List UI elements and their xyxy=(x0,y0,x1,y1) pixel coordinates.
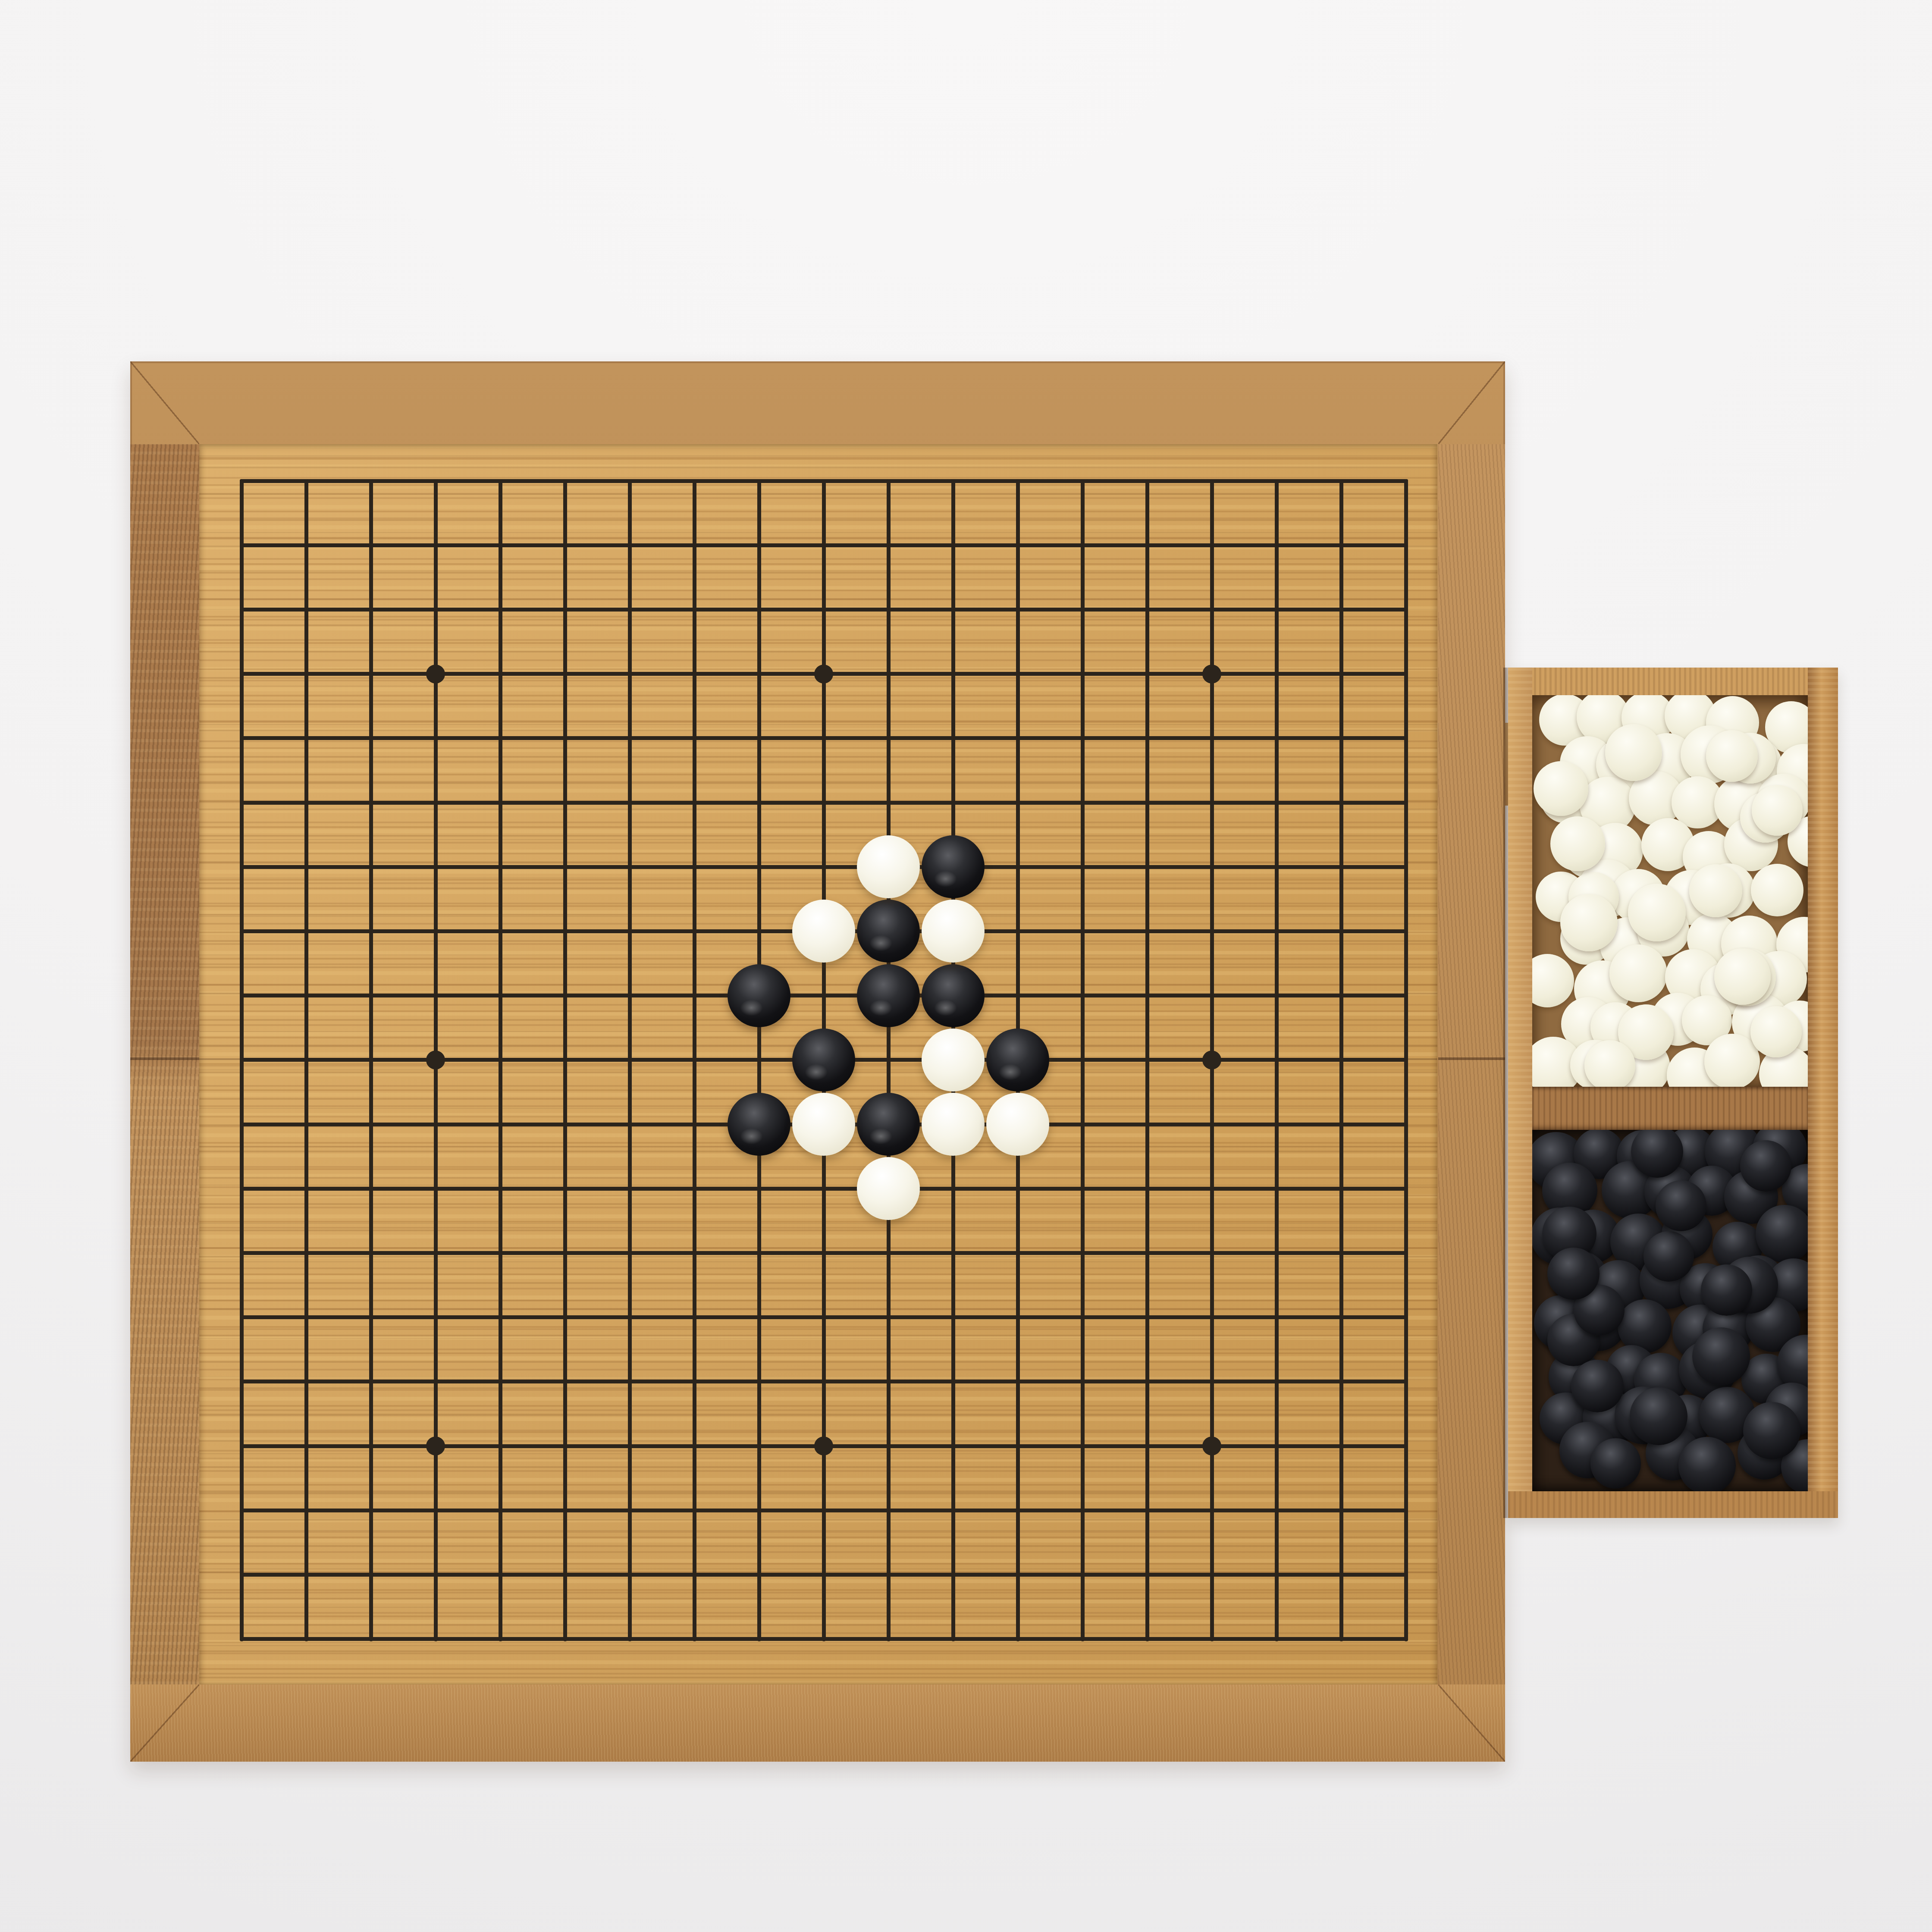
tray-black-stone[interactable] xyxy=(1547,1248,1600,1300)
grid-line-horizontal xyxy=(240,1637,1408,1641)
grid-line-vertical xyxy=(1339,479,1343,1641)
tray-black-stone[interactable] xyxy=(1643,1231,1694,1282)
black-stone[interactable] xyxy=(728,1093,790,1156)
board-half-seam xyxy=(130,1057,199,1060)
grid-line-horizontal xyxy=(240,1251,1408,1255)
grid-line-horizontal xyxy=(240,1187,1408,1191)
black-stone-compartment[interactable] xyxy=(1532,1130,1808,1491)
tray-white-stone[interactable] xyxy=(1532,954,1574,1007)
tray-white-stone[interactable] xyxy=(1584,1040,1635,1087)
board-frame-right xyxy=(1438,444,1505,1684)
tray-black-stone[interactable] xyxy=(1571,1360,1624,1412)
tray-black-stone[interactable] xyxy=(1743,1402,1800,1459)
board-frame-left xyxy=(130,444,199,1684)
tray-black-stone[interactable] xyxy=(1590,1438,1641,1489)
scene xyxy=(0,0,1932,1932)
grid-line-horizontal xyxy=(240,1315,1408,1319)
tray-white-stone[interactable] xyxy=(1706,730,1758,782)
star-point xyxy=(426,1051,445,1069)
tray-black-stone[interactable] xyxy=(1701,1264,1752,1316)
tray-black-stone[interactable] xyxy=(1740,1140,1791,1192)
tray-white-stone[interactable] xyxy=(1534,761,1588,816)
tray-black-stone[interactable] xyxy=(1692,1327,1750,1385)
white-stone[interactable] xyxy=(857,1157,920,1220)
grid-line-vertical xyxy=(887,479,891,1641)
white-stone[interactable] xyxy=(986,1093,1049,1156)
star-point xyxy=(814,665,833,684)
tray-black-stone[interactable] xyxy=(1618,1299,1672,1353)
star-point xyxy=(814,1436,833,1455)
tray-black-stone[interactable] xyxy=(1756,1205,1808,1263)
black-stone[interactable] xyxy=(986,1029,1049,1091)
grid-line-horizontal xyxy=(240,1509,1408,1512)
tray-white-stone[interactable] xyxy=(1609,944,1667,1002)
tray-black-stone[interactable] xyxy=(1656,1180,1706,1231)
tray-white-stone[interactable] xyxy=(1752,785,1803,836)
tray-white-stone[interactable] xyxy=(1689,864,1742,917)
grid-line-horizontal xyxy=(240,1573,1408,1577)
tray-white-stone[interactable] xyxy=(1550,816,1605,871)
black-stone[interactable] xyxy=(857,900,920,963)
white-stone[interactable] xyxy=(792,1093,855,1156)
tray-wall-bottom xyxy=(1508,1491,1838,1518)
star-point xyxy=(1202,1051,1221,1069)
tray-black-stone[interactable] xyxy=(1678,1437,1736,1491)
star-point xyxy=(1202,665,1221,684)
black-stone[interactable] xyxy=(792,1029,855,1091)
star-point xyxy=(1202,1436,1221,1455)
white-stone[interactable] xyxy=(922,900,985,963)
grid-line-vertical xyxy=(1081,479,1085,1641)
black-stone[interactable] xyxy=(922,835,985,898)
white-stone[interactable] xyxy=(922,1093,985,1156)
black-stone[interactable] xyxy=(728,964,790,1027)
black-stone[interactable] xyxy=(922,964,985,1027)
white-stone[interactable] xyxy=(922,1029,985,1091)
grid-line-horizontal xyxy=(240,1380,1408,1383)
black-stone[interactable] xyxy=(857,1093,920,1156)
grid-line-vertical xyxy=(1275,479,1279,1641)
white-stone[interactable] xyxy=(792,900,855,963)
white-stone-compartment[interactable] xyxy=(1532,695,1808,1087)
tray-white-stone[interactable] xyxy=(1704,1034,1760,1087)
star-point xyxy=(426,1436,445,1455)
tray-divider xyxy=(1532,1087,1808,1130)
tray-white-stone[interactable] xyxy=(1714,948,1771,1005)
tray-white-stone[interactable] xyxy=(1751,864,1803,916)
tray-wall-right xyxy=(1808,668,1838,1518)
tray-wall-left xyxy=(1508,668,1532,1518)
grid-line-vertical xyxy=(1404,479,1408,1641)
board-frame-bottom xyxy=(130,1684,1505,1762)
grid-line-vertical xyxy=(1145,479,1149,1641)
tray-white-stone[interactable] xyxy=(1628,884,1686,941)
board-half-seam xyxy=(1438,1057,1505,1060)
white-stone[interactable] xyxy=(857,835,920,898)
tray-white-stone[interactable] xyxy=(1605,724,1662,781)
tray-wall-top xyxy=(1508,668,1838,695)
black-stone[interactable] xyxy=(857,964,920,1027)
tray-black-stone[interactable] xyxy=(1630,1387,1687,1445)
tray-white-stone[interactable] xyxy=(1750,1006,1802,1057)
tray-white-stone[interactable] xyxy=(1560,894,1618,951)
star-point xyxy=(426,665,445,684)
